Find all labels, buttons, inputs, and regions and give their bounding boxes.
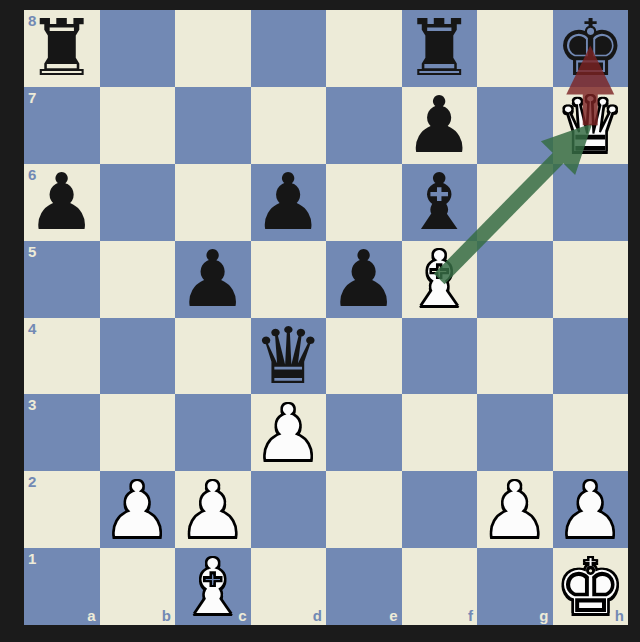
square-b6[interactable] — [100, 164, 176, 241]
square-e3[interactable] — [326, 394, 402, 471]
square-h3[interactable] — [553, 394, 629, 471]
piece-black-queen-d4[interactable]: ♛ — [251, 318, 327, 395]
chess-board: 87654321abcdefgh♜♜♚♟♛♟♟♝♟♟♝♛♟♟♟♟♟♝♚ — [24, 10, 628, 625]
square-b8[interactable] — [100, 10, 176, 87]
square-g1[interactable]: g — [477, 548, 553, 625]
coord-rank-1: 1 — [28, 551, 36, 566]
square-d5[interactable] — [251, 241, 327, 318]
coord-file-b: b — [162, 608, 171, 623]
square-g7[interactable] — [477, 87, 553, 164]
piece-black-rook-f8[interactable]: ♜ — [402, 10, 478, 87]
square-f4[interactable] — [402, 318, 478, 395]
piece-white-pawn-g2[interactable]: ♟ — [477, 471, 553, 548]
coord-rank-2: 2 — [28, 474, 36, 489]
square-b3[interactable] — [100, 394, 176, 471]
square-c7[interactable] — [175, 87, 251, 164]
piece-white-bishop-f5[interactable]: ♝ — [402, 241, 478, 318]
square-e1[interactable]: e — [326, 548, 402, 625]
piece-white-pawn-b2[interactable]: ♟ — [100, 471, 176, 548]
square-g4[interactable] — [477, 318, 553, 395]
square-f1[interactable]: f — [402, 548, 478, 625]
square-a2[interactable]: 2 — [24, 471, 100, 548]
piece-white-pawn-c2[interactable]: ♟ — [175, 471, 251, 548]
coord-file-g: g — [539, 608, 548, 623]
coord-file-e: e — [389, 608, 397, 623]
square-e4[interactable] — [326, 318, 402, 395]
coord-file-d: d — [313, 608, 322, 623]
piece-white-bishop-c1[interactable]: ♝ — [175, 548, 251, 625]
piece-black-king-h8[interactable]: ♚ — [553, 10, 629, 87]
coord-rank-4: 4 — [28, 321, 36, 336]
square-g8[interactable] — [477, 10, 553, 87]
coord-file-a: a — [87, 608, 95, 623]
square-d7[interactable] — [251, 87, 327, 164]
piece-white-queen-h7[interactable]: ♛ — [553, 87, 629, 164]
square-d8[interactable] — [251, 10, 327, 87]
square-c3[interactable] — [175, 394, 251, 471]
square-a3[interactable]: 3 — [24, 394, 100, 471]
square-f3[interactable] — [402, 394, 478, 471]
piece-black-pawn-a6[interactable]: ♟ — [24, 164, 100, 241]
square-b1[interactable]: b — [100, 548, 176, 625]
square-c6[interactable] — [175, 164, 251, 241]
piece-black-bishop-f6[interactable]: ♝ — [402, 164, 478, 241]
square-h5[interactable] — [553, 241, 629, 318]
square-c8[interactable] — [175, 10, 251, 87]
square-a5[interactable]: 5 — [24, 241, 100, 318]
square-a1[interactable]: 1a — [24, 548, 100, 625]
square-g3[interactable] — [477, 394, 553, 471]
piece-black-pawn-f7[interactable]: ♟ — [402, 87, 478, 164]
square-e2[interactable] — [326, 471, 402, 548]
square-e7[interactable] — [326, 87, 402, 164]
square-g6[interactable] — [477, 164, 553, 241]
board-frame: 87654321abcdefgh♜♜♚♟♛♟♟♝♟♟♝♛♟♟♟♟♟♝♚ — [0, 0, 640, 642]
coord-rank-3: 3 — [28, 397, 36, 412]
square-a7[interactable]: 7 — [24, 87, 100, 164]
piece-white-pawn-h2[interactable]: ♟ — [553, 471, 629, 548]
square-b4[interactable] — [100, 318, 176, 395]
square-h6[interactable] — [553, 164, 629, 241]
piece-white-pawn-d3[interactable]: ♟ — [251, 394, 327, 471]
square-b5[interactable] — [100, 241, 176, 318]
piece-black-pawn-e5[interactable]: ♟ — [326, 241, 402, 318]
piece-white-king-h1[interactable]: ♚ — [553, 548, 629, 625]
square-d1[interactable]: d — [251, 548, 327, 625]
square-d2[interactable] — [251, 471, 327, 548]
piece-black-pawn-c5[interactable]: ♟ — [175, 241, 251, 318]
square-e8[interactable] — [326, 10, 402, 87]
square-f2[interactable] — [402, 471, 478, 548]
square-b7[interactable] — [100, 87, 176, 164]
coord-file-f: f — [468, 608, 473, 623]
piece-black-rook-a8[interactable]: ♜ — [24, 10, 100, 87]
square-a4[interactable]: 4 — [24, 318, 100, 395]
square-c4[interactable] — [175, 318, 251, 395]
square-h4[interactable] — [553, 318, 629, 395]
square-g5[interactable] — [477, 241, 553, 318]
piece-black-pawn-d6[interactable]: ♟ — [251, 164, 327, 241]
square-e6[interactable] — [326, 164, 402, 241]
